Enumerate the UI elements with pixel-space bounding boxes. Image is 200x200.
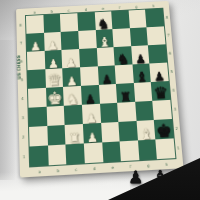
coord-label: 7 — [167, 33, 170, 38]
square-g3[interactable] — [135, 101, 154, 121]
chess-board-mat: abcdefgh abcdefgh 87654321 87654321 US C… — [16, 1, 183, 178]
coord-label: 1 — [23, 154, 26, 159]
square-a8[interactable] — [26, 15, 44, 34]
square-b5[interactable]: ♛ — [45, 68, 63, 88]
square-b6[interactable]: ♟ — [44, 50, 62, 69]
square-b3[interactable] — [46, 106, 65, 126]
square-g5[interactable]: ♝ — [132, 63, 151, 82]
square-g7[interactable] — [130, 27, 149, 46]
square-d7[interactable] — [78, 30, 96, 49]
coord-label: c — [68, 8, 70, 13]
square-b7[interactable]: ♟ — [44, 32, 62, 51]
square-f4[interactable]: ♜ — [116, 83, 135, 103]
square-f1[interactable] — [120, 140, 139, 161]
square-f3[interactable] — [117, 102, 136, 122]
square-d3[interactable]: ♟ — [82, 104, 101, 124]
square-a1[interactable] — [30, 145, 49, 166]
coord-label: c — [75, 167, 78, 172]
square-h7[interactable] — [147, 26, 166, 45]
square-b2[interactable] — [47, 125, 66, 146]
square-a7[interactable]: ♟ — [26, 33, 44, 52]
square-f2[interactable] — [118, 121, 137, 141]
square-d2[interactable]: ♟ — [83, 123, 102, 143]
coord-label: g — [147, 163, 150, 168]
square-d1[interactable] — [84, 142, 103, 163]
rank-labels-left: 87654321 — [19, 16, 25, 167]
square-f8[interactable] — [111, 10, 129, 29]
coord-label: b — [56, 168, 59, 173]
captured-piece-black-p[interactable]: ♟ — [128, 169, 143, 186]
coord-label: 2 — [175, 126, 178, 131]
square-g1[interactable] — [138, 139, 158, 160]
square-e7[interactable]: ♝ — [95, 29, 113, 48]
square-e1[interactable] — [102, 141, 121, 162]
table-surface: abcdefgh abcdefgh 87654321 87654321 US C… — [0, 0, 200, 200]
square-d6[interactable] — [79, 48, 97, 67]
square-c8[interactable] — [60, 13, 78, 32]
coord-label: g — [135, 4, 138, 9]
square-g4[interactable] — [134, 82, 153, 102]
square-c1[interactable] — [66, 143, 85, 164]
square-f7[interactable] — [112, 28, 130, 47]
square-h4[interactable]: ♛ — [151, 81, 170, 101]
cloth-shadow-left — [0, 40, 16, 180]
square-b4[interactable]: ♚ — [46, 87, 64, 107]
square-e8[interactable]: ♞ — [94, 11, 112, 30]
square-c3[interactable] — [64, 105, 83, 125]
us-chess-logo: US CHESS — [16, 68, 21, 80]
coord-label: 8 — [19, 23, 22, 28]
square-e4[interactable] — [98, 84, 117, 104]
coord-label: 3 — [22, 115, 25, 120]
square-c2[interactable]: ♜ — [65, 124, 84, 145]
square-e2[interactable] — [101, 122, 120, 142]
square-f5[interactable] — [115, 64, 134, 84]
coord-label: e — [102, 6, 105, 11]
coord-label: 5 — [170, 69, 173, 74]
square-e6[interactable] — [96, 47, 114, 66]
square-h1[interactable] — [156, 138, 176, 159]
square-a5[interactable] — [27, 69, 45, 89]
square-g6[interactable]: ♟ — [131, 45, 150, 64]
coord-label: e — [111, 165, 114, 170]
square-d8[interactable] — [77, 12, 95, 31]
square-e5[interactable]: ♟ — [97, 65, 116, 85]
square-g8[interactable] — [128, 10, 146, 29]
coord-label: 7 — [20, 41, 23, 46]
square-a4[interactable] — [28, 88, 46, 108]
square-d4[interactable]: ♟ — [81, 85, 100, 105]
square-c4[interactable]: ♞ — [63, 86, 82, 106]
square-a3[interactable] — [28, 107, 46, 127]
square-a2[interactable] — [29, 126, 48, 147]
square-h5[interactable]: ♟ — [150, 63, 169, 82]
square-f6[interactable]: ♞ — [114, 46, 133, 65]
square-h3[interactable] — [153, 100, 172, 120]
square-c7[interactable] — [61, 31, 79, 50]
coord-label: a — [38, 169, 41, 174]
coord-label: 4 — [21, 96, 24, 101]
coord-label: d — [84, 7, 87, 12]
coord-label: b — [50, 9, 53, 14]
coord-label: f — [119, 5, 121, 10]
coord-label: 2 — [22, 134, 25, 139]
coord-label: 1 — [177, 145, 180, 150]
square-b1[interactable] — [48, 144, 67, 165]
coord-label: a — [33, 10, 36, 15]
square-a6[interactable] — [27, 51, 45, 70]
square-d5[interactable] — [80, 66, 99, 86]
square-c5[interactable]: ♟ — [62, 67, 80, 87]
coord-label: 8 — [165, 15, 168, 20]
square-e3[interactable] — [100, 103, 119, 123]
coord-label: 3 — [173, 107, 176, 112]
coord-label: d — [93, 166, 96, 171]
square-c6[interactable]: ♟ — [62, 49, 80, 68]
square-h2[interactable]: ♚ — [154, 119, 173, 139]
coord-label: 6 — [168, 51, 171, 56]
chess-board: ♞♟♟♝♟♟♞♟♛♟♟♝♟♚♞♟♜♛♟♜♟♝♚ — [26, 9, 175, 167]
square-b8[interactable] — [43, 14, 61, 33]
square-g2[interactable]: ♝ — [136, 120, 155, 140]
square-h6[interactable] — [148, 44, 167, 63]
coord-label: 4 — [172, 88, 175, 93]
coord-label: h — [152, 4, 155, 9]
square-h8[interactable] — [145, 9, 164, 28]
